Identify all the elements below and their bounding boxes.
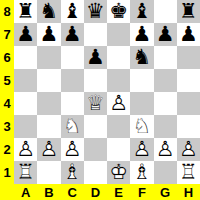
square-b1[interactable] [37, 161, 60, 184]
piece-white-bishop[interactable]: ♝♗ [61, 161, 84, 184]
piece-outline: ♙ [107, 92, 130, 115]
file-label-e: E [107, 184, 130, 200]
piece-white-pawn[interactable]: ♟♙ [61, 138, 84, 161]
square-d2[interactable] [84, 138, 107, 161]
piece-outline: ♕ [84, 92, 107, 115]
piece-outline: ♖ [14, 161, 37, 184]
piece-glyph: ♟ [84, 46, 107, 69]
square-a4[interactable] [14, 92, 37, 115]
rank-label-8: 8 [0, 0, 14, 23]
square-b7[interactable]: ♟ [37, 23, 60, 46]
square-c7[interactable]: ♟ [61, 23, 84, 46]
square-g6[interactable] [154, 46, 177, 69]
piece-outline: ♘ [130, 115, 153, 138]
square-d7[interactable] [84, 23, 107, 46]
square-a7[interactable]: ♟ [14, 23, 37, 46]
piece-black-rook[interactable]: ♜ [177, 0, 200, 23]
square-e2[interactable] [107, 138, 130, 161]
square-e6[interactable] [107, 46, 130, 69]
square-h8[interactable]: ♜ [177, 0, 200, 23]
piece-white-knight[interactable]: ♞♘ [61, 115, 84, 138]
piece-white-pawn[interactable]: ♟♙ [14, 138, 37, 161]
square-h4[interactable] [177, 92, 200, 115]
piece-black-king[interactable]: ♚ [107, 0, 130, 23]
piece-white-bishop[interactable]: ♝♗ [130, 161, 153, 184]
square-f7[interactable]: ♟ [130, 23, 153, 46]
square-h3[interactable] [177, 115, 200, 138]
piece-glyph: ♟ [154, 23, 177, 46]
square-a3[interactable] [14, 115, 37, 138]
piece-glyph: ♜ [14, 0, 37, 23]
piece-black-pawn[interactable]: ♟ [84, 46, 107, 69]
file-label-b: B [37, 184, 60, 200]
square-b2[interactable]: ♟♙ [37, 138, 60, 161]
square-d6[interactable]: ♟ [84, 46, 107, 69]
square-a8[interactable]: ♜ [14, 0, 37, 23]
piece-outline: ♗ [61, 161, 84, 184]
file-label-c: C [61, 184, 84, 200]
piece-glyph: ♝ [130, 0, 153, 23]
square-f5[interactable] [130, 69, 153, 92]
square-h6[interactable] [177, 46, 200, 69]
square-c6[interactable] [61, 46, 84, 69]
piece-black-queen[interactable]: ♛ [84, 0, 107, 23]
rank-label-1: 1 [0, 161, 14, 184]
piece-black-knight[interactable]: ♞ [37, 0, 60, 23]
square-f4[interactable] [130, 92, 153, 115]
piece-outline: ♙ [177, 138, 200, 161]
square-g7[interactable]: ♟ [154, 23, 177, 46]
square-e1[interactable]: ♚♔ [107, 161, 130, 184]
rank-label-4: 4 [0, 92, 14, 115]
piece-white-pawn[interactable]: ♟♙ [37, 138, 60, 161]
piece-white-rook[interactable]: ♜♖ [177, 161, 200, 184]
piece-glyph: ♞ [37, 0, 60, 23]
square-h5[interactable] [177, 69, 200, 92]
piece-black-knight[interactable]: ♞ [130, 46, 153, 69]
square-h2[interactable]: ♟♙ [177, 138, 200, 161]
square-b5[interactable] [37, 69, 60, 92]
square-a1[interactable]: ♜♖ [14, 161, 37, 184]
square-c5[interactable] [61, 69, 84, 92]
piece-black-bishop[interactable]: ♝ [130, 0, 153, 23]
square-g8[interactable] [154, 0, 177, 23]
piece-outline: ♙ [130, 138, 153, 161]
rank-label-5: 5 [0, 69, 14, 92]
piece-black-pawn[interactable]: ♟ [14, 23, 37, 46]
piece-white-queen[interactable]: ♛♕ [84, 92, 107, 115]
piece-black-pawn[interactable]: ♟ [37, 23, 60, 46]
square-g4[interactable] [154, 92, 177, 115]
file-label-f: F [130, 184, 153, 200]
square-e7[interactable] [107, 23, 130, 46]
square-b8[interactable]: ♞ [37, 0, 60, 23]
piece-black-pawn[interactable]: ♟ [177, 23, 200, 46]
square-c1[interactable]: ♝♗ [61, 161, 84, 184]
square-a5[interactable] [14, 69, 37, 92]
square-g3[interactable] [154, 115, 177, 138]
piece-glyph: ♚ [107, 0, 130, 23]
piece-glyph: ♟ [130, 23, 153, 46]
piece-glyph: ♜ [177, 0, 200, 23]
square-f3[interactable]: ♞♘ [130, 115, 153, 138]
rank-label-3: 3 [0, 115, 14, 138]
piece-outline: ♔ [107, 161, 130, 184]
piece-black-pawn[interactable]: ♟ [61, 23, 84, 46]
piece-white-king[interactable]: ♚♔ [107, 161, 130, 184]
square-c3[interactable]: ♞♘ [61, 115, 84, 138]
piece-black-rook[interactable]: ♜ [14, 0, 37, 23]
corner-spacer [0, 184, 14, 200]
piece-white-pawn[interactable]: ♟♙ [177, 138, 200, 161]
chess-board: ♜♞♝♛♚♝♜♟♟♟♟♟♟♟♞♛♕♟♙♞♘♞♘♟♙♟♙♟♙♟♙♟♙♟♙♜♖♝♗♚… [14, 0, 200, 184]
square-f6[interactable]: ♞ [130, 46, 153, 69]
file-label-a: A [14, 184, 37, 200]
square-g1[interactable] [154, 161, 177, 184]
piece-glyph: ♟ [14, 23, 37, 46]
piece-black-bishop[interactable]: ♝ [61, 0, 84, 23]
square-b6[interactable] [37, 46, 60, 69]
square-g5[interactable] [154, 69, 177, 92]
file-label-g: G [154, 184, 177, 200]
square-c2[interactable]: ♟♙ [61, 138, 84, 161]
piece-white-pawn[interactable]: ♟♙ [130, 138, 153, 161]
piece-outline: ♗ [130, 161, 153, 184]
square-b4[interactable] [37, 92, 60, 115]
square-d3[interactable] [84, 115, 107, 138]
piece-glyph: ♟ [37, 23, 60, 46]
piece-outline: ♙ [37, 138, 60, 161]
piece-glyph: ♟ [177, 23, 200, 46]
piece-outline: ♙ [154, 138, 177, 161]
piece-outline: ♖ [177, 161, 200, 184]
square-d5[interactable] [84, 69, 107, 92]
piece-outline: ♘ [61, 115, 84, 138]
square-c8[interactable]: ♝ [61, 0, 84, 23]
rank-labels: 8 7 6 5 4 3 2 1 [0, 0, 14, 184]
piece-outline: ♙ [14, 138, 37, 161]
square-f1[interactable]: ♝♗ [130, 161, 153, 184]
file-label-h: H [177, 184, 200, 200]
square-g2[interactable]: ♟♙ [154, 138, 177, 161]
square-d1[interactable] [84, 161, 107, 184]
file-label-d: D [84, 184, 107, 200]
square-d8[interactable]: ♛ [84, 0, 107, 23]
square-d4[interactable]: ♛♕ [84, 92, 107, 115]
square-a2[interactable]: ♟♙ [14, 138, 37, 161]
piece-glyph: ♟ [61, 23, 84, 46]
piece-black-pawn[interactable]: ♟ [154, 23, 177, 46]
rank-label-7: 7 [0, 23, 14, 46]
square-e5[interactable] [107, 69, 130, 92]
piece-white-knight[interactable]: ♞♘ [130, 115, 153, 138]
square-e3[interactable] [107, 115, 130, 138]
piece-white-pawn[interactable]: ♟♙ [154, 138, 177, 161]
square-f8[interactable]: ♝ [130, 0, 153, 23]
piece-glyph: ♞ [130, 46, 153, 69]
square-e4[interactable]: ♟♙ [107, 92, 130, 115]
square-e8[interactable]: ♚ [107, 0, 130, 23]
square-c4[interactable] [61, 92, 84, 115]
piece-white-rook[interactable]: ♜♖ [14, 161, 37, 184]
chess-board-app: 8 7 6 5 4 3 2 1 ♜♞♝♛♚♝♜♟♟♟♟♟♟♟♞♛♕♟♙♞♘♞♘♟… [0, 0, 200, 200]
square-h7[interactable]: ♟ [177, 23, 200, 46]
piece-black-pawn[interactable]: ♟ [130, 23, 153, 46]
square-f2[interactable]: ♟♙ [130, 138, 153, 161]
file-labels: A B C D E F G H [0, 184, 200, 200]
rank-label-6: 6 [0, 46, 14, 69]
rank-label-2: 2 [0, 138, 14, 161]
square-a6[interactable] [14, 46, 37, 69]
square-b3[interactable] [37, 115, 60, 138]
piece-glyph: ♝ [61, 0, 84, 23]
piece-glyph: ♛ [84, 0, 107, 23]
piece-white-pawn[interactable]: ♟♙ [107, 92, 130, 115]
piece-outline: ♙ [61, 138, 84, 161]
square-h1[interactable]: ♜♖ [177, 161, 200, 184]
